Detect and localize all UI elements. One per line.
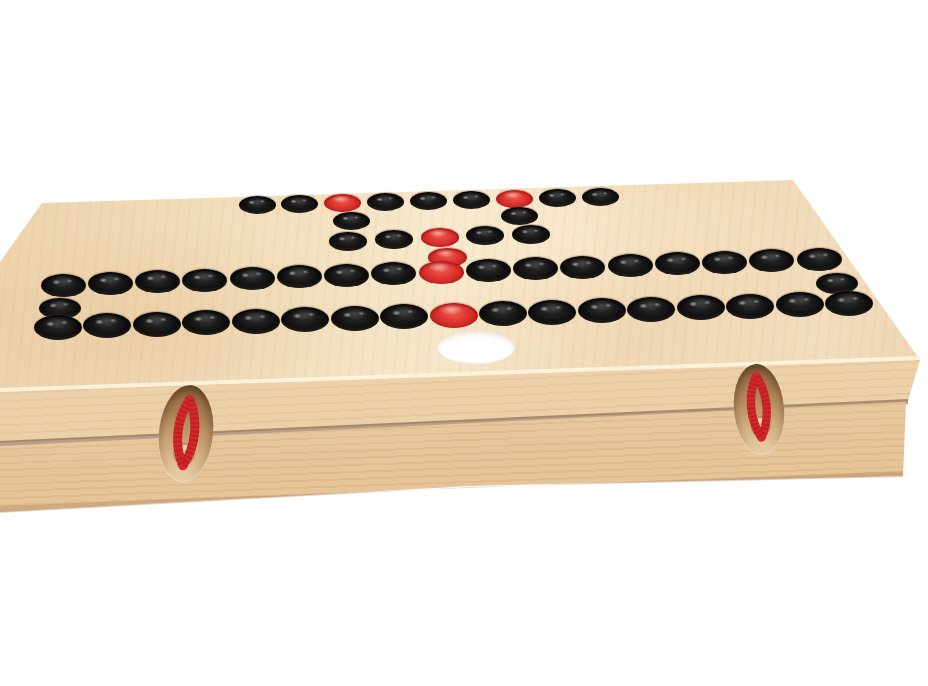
board-hole-track-lower-3[interactable] bbox=[133, 312, 181, 337]
board-hole-track-lower-17[interactable] bbox=[825, 291, 873, 316]
board-hole-track-upper-17[interactable] bbox=[797, 248, 842, 271]
board-hole-track-upper-5[interactable] bbox=[230, 267, 275, 290]
board-hole-track-upper-4[interactable] bbox=[182, 269, 227, 292]
board-hole-castle-row-1-9[interactable] bbox=[582, 188, 619, 206]
board-hole-track-lower-12[interactable] bbox=[578, 298, 626, 323]
board-hole-castle-row-1-3[interactable] bbox=[324, 194, 361, 212]
board-hole-castle-row-3-3[interactable] bbox=[421, 228, 459, 247]
board-hole-track-upper-10[interactable] bbox=[466, 259, 511, 282]
board-hole-track-upper-15[interactable] bbox=[702, 251, 747, 274]
board-hole-track-lower-10[interactable] bbox=[479, 301, 527, 326]
board-hole-castle-row-1-4[interactable] bbox=[367, 193, 404, 211]
board-hole-track-lower-5[interactable] bbox=[232, 309, 280, 334]
board-hole-castle-row-1-5[interactable] bbox=[410, 192, 447, 210]
board-hole-castle-row-3-1[interactable] bbox=[329, 232, 367, 251]
board-hole-track-lower-1[interactable] bbox=[34, 315, 82, 340]
board-hole-track-upper-2[interactable] bbox=[88, 272, 133, 295]
board-hole-castle-row-3-5[interactable] bbox=[512, 225, 550, 244]
board-hole-track-lower-16[interactable] bbox=[776, 292, 824, 317]
board-hole-track-lower-15[interactable] bbox=[726, 294, 774, 319]
board-hole-track-lower-8[interactable] bbox=[380, 304, 428, 329]
board-hole-track-upper-1[interactable] bbox=[41, 274, 86, 297]
board-hole-castle-row-2-1[interactable] bbox=[333, 212, 370, 230]
board-hole-track-upper-12[interactable] bbox=[560, 256, 605, 279]
board-hole-castle-row-1-6[interactable] bbox=[453, 191, 490, 209]
finger-hole bbox=[437, 331, 515, 364]
board-hole-track-lower-9[interactable] bbox=[430, 303, 478, 328]
board-hole-track-lower-13[interactable] bbox=[627, 297, 675, 322]
board-hole-track-lower-7[interactable] bbox=[331, 306, 379, 331]
board-hole-track-lower-4[interactable] bbox=[182, 310, 230, 335]
board-hole-track-lower-14[interactable] bbox=[677, 295, 725, 320]
board-hole-track-lower-6[interactable] bbox=[281, 307, 329, 332]
board-hole-castle-row-1-8[interactable] bbox=[539, 189, 576, 207]
clasp-right-cord[interactable] bbox=[738, 370, 780, 449]
board-hole-track-upper-9[interactable] bbox=[419, 261, 464, 284]
board-hole-track-upper-7[interactable] bbox=[324, 264, 369, 287]
board-hole-track-upper-13[interactable] bbox=[608, 254, 653, 277]
board-hole-track-lower-11[interactable] bbox=[528, 300, 576, 325]
product-photo bbox=[0, 0, 928, 686]
board-hole-castle-row-1-7[interactable] bbox=[496, 190, 533, 208]
board-hole-castle-row-1-1[interactable] bbox=[239, 196, 276, 214]
board-hole-castle-row-2-2[interactable] bbox=[501, 207, 538, 225]
board-hole-castle-row-3-2[interactable] bbox=[375, 230, 413, 249]
